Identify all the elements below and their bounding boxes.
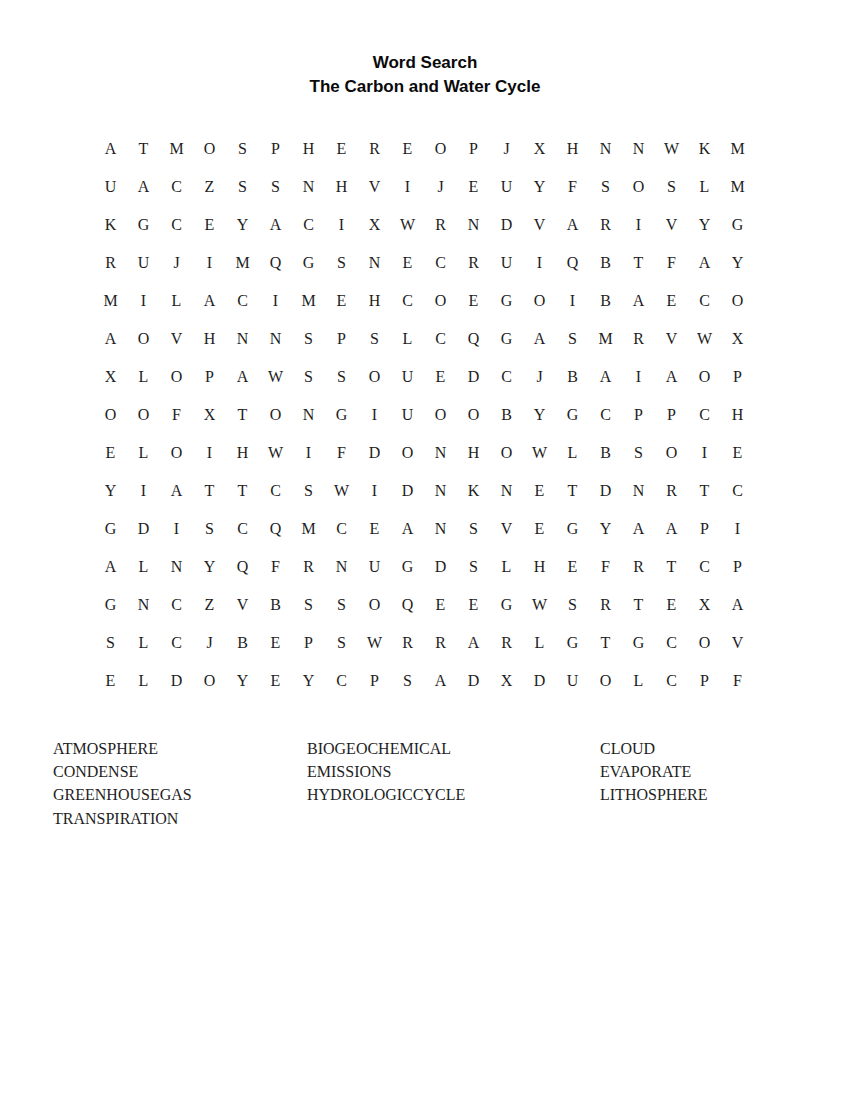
grid-cell-r10c14[interactable]: E	[523, 472, 556, 510]
grid-cell-r11c2[interactable]: D	[127, 510, 160, 548]
grid-cell-r15c20[interactable]: F	[721, 662, 754, 700]
grid-cell-r9c1[interactable]: E	[94, 434, 127, 472]
grid-cell-r3c8[interactable]: I	[325, 206, 358, 244]
grid-cell-r5c20[interactable]: O	[721, 282, 754, 320]
grid-cell-r6c4[interactable]: H	[193, 320, 226, 358]
grid-cell-r13c1[interactable]: G	[94, 586, 127, 624]
grid-cell-r13c20[interactable]: A	[721, 586, 754, 624]
grid-cell-r1c6[interactable]: P	[259, 130, 292, 168]
grid-cell-r15c8[interactable]: C	[325, 662, 358, 700]
grid-cell-r11c5[interactable]: C	[226, 510, 259, 548]
grid-cell-r7c19[interactable]: O	[688, 358, 721, 396]
grid-cell-r6c7[interactable]: S	[292, 320, 325, 358]
grid-cell-r8c6[interactable]: O	[259, 396, 292, 434]
grid-cell-r1c18[interactable]: W	[655, 130, 688, 168]
grid-cell-r3c4[interactable]: E	[193, 206, 226, 244]
grid-cell-r10c11[interactable]: N	[424, 472, 457, 510]
grid-cell-r10c9[interactable]: I	[358, 472, 391, 510]
grid-cell-r13c4[interactable]: Z	[193, 586, 226, 624]
grid-cell-r5c1[interactable]: M	[94, 282, 127, 320]
grid-cell-r6c15[interactable]: S	[556, 320, 589, 358]
grid-cell-r12c14[interactable]: H	[523, 548, 556, 586]
grid-cell-r14c17[interactable]: G	[622, 624, 655, 662]
grid-cell-r9c3[interactable]: O	[160, 434, 193, 472]
grid-cell-r2c10[interactable]: I	[391, 168, 424, 206]
grid-cell-r1c11[interactable]: O	[424, 130, 457, 168]
grid-cell-r11c20[interactable]: I	[721, 510, 754, 548]
grid-cell-r15c2[interactable]: L	[127, 662, 160, 700]
grid-cell-r2c14[interactable]: Y	[523, 168, 556, 206]
grid-cell-r9c11[interactable]: N	[424, 434, 457, 472]
grid-cell-r14c5[interactable]: B	[226, 624, 259, 662]
grid-cell-r12c4[interactable]: Y	[193, 548, 226, 586]
grid-cell-r15c19[interactable]: P	[688, 662, 721, 700]
grid-cell-r2c16[interactable]: S	[589, 168, 622, 206]
grid-cell-r11c19[interactable]: P	[688, 510, 721, 548]
grid-cell-r4c18[interactable]: F	[655, 244, 688, 282]
grid-cell-r6c9[interactable]: S	[358, 320, 391, 358]
grid-cell-r10c2[interactable]: I	[127, 472, 160, 510]
grid-cell-r15c1[interactable]: E	[94, 662, 127, 700]
grid-cell-r9c6[interactable]: W	[259, 434, 292, 472]
grid-cell-r13c18[interactable]: E	[655, 586, 688, 624]
grid-cell-r6c6[interactable]: N	[259, 320, 292, 358]
grid-cell-r8c18[interactable]: P	[655, 396, 688, 434]
grid-cell-r11c8[interactable]: C	[325, 510, 358, 548]
grid-cell-r9c8[interactable]: F	[325, 434, 358, 472]
grid-cell-r8c15[interactable]: G	[556, 396, 589, 434]
grid-cell-r2c15[interactable]: F	[556, 168, 589, 206]
grid-cell-r8c8[interactable]: G	[325, 396, 358, 434]
grid-cell-r11c11[interactable]: N	[424, 510, 457, 548]
grid-cell-r10c18[interactable]: R	[655, 472, 688, 510]
grid-cell-r7c11[interactable]: E	[424, 358, 457, 396]
grid-cell-r4c9[interactable]: N	[358, 244, 391, 282]
grid-cell-r13c19[interactable]: X	[688, 586, 721, 624]
grid-cell-r4c19[interactable]: A	[688, 244, 721, 282]
grid-cell-r3c12[interactable]: N	[457, 206, 490, 244]
grid-cell-r5c9[interactable]: H	[358, 282, 391, 320]
grid-cell-r15c12[interactable]: D	[457, 662, 490, 700]
grid-cell-r9c14[interactable]: W	[523, 434, 556, 472]
grid-cell-r14c16[interactable]: T	[589, 624, 622, 662]
grid-cell-r1c16[interactable]: N	[589, 130, 622, 168]
grid-cell-r6c3[interactable]: V	[160, 320, 193, 358]
grid-cell-r6c16[interactable]: M	[589, 320, 622, 358]
grid-cell-r8c19[interactable]: C	[688, 396, 721, 434]
grid-cell-r2c2[interactable]: A	[127, 168, 160, 206]
grid-cell-r3c15[interactable]: A	[556, 206, 589, 244]
grid-cell-r4c14[interactable]: I	[523, 244, 556, 282]
grid-cell-r7c7[interactable]: S	[292, 358, 325, 396]
grid-cell-r11c13[interactable]: V	[490, 510, 523, 548]
grid-cell-r1c3[interactable]: M	[160, 130, 193, 168]
grid-cell-r15c10[interactable]: S	[391, 662, 424, 700]
grid-cell-r10c17[interactable]: N	[622, 472, 655, 510]
grid-cell-r7c3[interactable]: O	[160, 358, 193, 396]
grid-cell-r5c19[interactable]: C	[688, 282, 721, 320]
grid-cell-r10c7[interactable]: S	[292, 472, 325, 510]
grid-cell-r4c16[interactable]: B	[589, 244, 622, 282]
grid-cell-r5c8[interactable]: E	[325, 282, 358, 320]
grid-cell-r12c8[interactable]: N	[325, 548, 358, 586]
grid-cell-r5c2[interactable]: I	[127, 282, 160, 320]
grid-cell-r8c11[interactable]: O	[424, 396, 457, 434]
grid-cell-r11c12[interactable]: S	[457, 510, 490, 548]
grid-cell-r14c2[interactable]: L	[127, 624, 160, 662]
grid-cell-r1c19[interactable]: K	[688, 130, 721, 168]
grid-cell-r11c7[interactable]: M	[292, 510, 325, 548]
grid-cell-r8c4[interactable]: X	[193, 396, 226, 434]
grid-cell-r4c6[interactable]: Q	[259, 244, 292, 282]
grid-cell-r7c2[interactable]: L	[127, 358, 160, 396]
grid-cell-r5c13[interactable]: G	[490, 282, 523, 320]
grid-cell-r9c10[interactable]: O	[391, 434, 424, 472]
grid-cell-r8c3[interactable]: F	[160, 396, 193, 434]
grid-cell-r14c11[interactable]: R	[424, 624, 457, 662]
grid-cell-r11c15[interactable]: G	[556, 510, 589, 548]
grid-cell-r7c13[interactable]: C	[490, 358, 523, 396]
grid-cell-r7c17[interactable]: I	[622, 358, 655, 396]
grid-cell-r12c5[interactable]: Q	[226, 548, 259, 586]
grid-cell-r15c17[interactable]: L	[622, 662, 655, 700]
grid-cell-r3c18[interactable]: V	[655, 206, 688, 244]
grid-cell-r13c16[interactable]: R	[589, 586, 622, 624]
grid-cell-r15c5[interactable]: Y	[226, 662, 259, 700]
grid-cell-r14c14[interactable]: L	[523, 624, 556, 662]
grid-cell-r12c1[interactable]: A	[94, 548, 127, 586]
grid-cell-r6c19[interactable]: W	[688, 320, 721, 358]
grid-cell-r3c14[interactable]: V	[523, 206, 556, 244]
grid-cell-r13c2[interactable]: N	[127, 586, 160, 624]
grid-cell-r12c12[interactable]: S	[457, 548, 490, 586]
grid-cell-r14c6[interactable]: E	[259, 624, 292, 662]
grid-cell-r9c7[interactable]: I	[292, 434, 325, 472]
grid-cell-r9c13[interactable]: O	[490, 434, 523, 472]
grid-cell-r12c17[interactable]: R	[622, 548, 655, 586]
grid-cell-r4c15[interactable]: Q	[556, 244, 589, 282]
grid-cell-r15c7[interactable]: Y	[292, 662, 325, 700]
grid-cell-r9c18[interactable]: O	[655, 434, 688, 472]
grid-cell-r13c6[interactable]: B	[259, 586, 292, 624]
grid-cell-r12c16[interactable]: F	[589, 548, 622, 586]
grid-cell-r2c5[interactable]: S	[226, 168, 259, 206]
grid-cell-r9c5[interactable]: H	[226, 434, 259, 472]
grid-cell-r10c3[interactable]: A	[160, 472, 193, 510]
grid-cell-r10c20[interactable]: C	[721, 472, 754, 510]
grid-cell-r2c12[interactable]: E	[457, 168, 490, 206]
grid-cell-r11c17[interactable]: A	[622, 510, 655, 548]
grid-cell-r2c7[interactable]: N	[292, 168, 325, 206]
grid-cell-r9c9[interactable]: D	[358, 434, 391, 472]
grid-cell-r10c16[interactable]: D	[589, 472, 622, 510]
grid-cell-r2c3[interactable]: C	[160, 168, 193, 206]
grid-cell-r14c12[interactable]: A	[457, 624, 490, 662]
grid-cell-r4c7[interactable]: G	[292, 244, 325, 282]
grid-cell-r13c11[interactable]: E	[424, 586, 457, 624]
grid-cell-r14c7[interactable]: P	[292, 624, 325, 662]
grid-cell-r6c17[interactable]: R	[622, 320, 655, 358]
grid-cell-r4c2[interactable]: U	[127, 244, 160, 282]
grid-cell-r2c6[interactable]: S	[259, 168, 292, 206]
grid-cell-r6c2[interactable]: O	[127, 320, 160, 358]
grid-cell-r15c15[interactable]: U	[556, 662, 589, 700]
grid-cell-r4c20[interactable]: Y	[721, 244, 754, 282]
grid-cell-r12c11[interactable]: D	[424, 548, 457, 586]
grid-cell-r15c9[interactable]: P	[358, 662, 391, 700]
grid-cell-r8c14[interactable]: Y	[523, 396, 556, 434]
grid-cell-r13c5[interactable]: V	[226, 586, 259, 624]
grid-cell-r6c11[interactable]: C	[424, 320, 457, 358]
grid-cell-r5c6[interactable]: I	[259, 282, 292, 320]
grid-cell-r4c3[interactable]: J	[160, 244, 193, 282]
grid-cell-r13c7[interactable]: S	[292, 586, 325, 624]
grid-cell-r12c9[interactable]: U	[358, 548, 391, 586]
grid-cell-r3c20[interactable]: G	[721, 206, 754, 244]
grid-cell-r7c5[interactable]: A	[226, 358, 259, 396]
grid-cell-r13c15[interactable]: S	[556, 586, 589, 624]
grid-cell-r6c12[interactable]: Q	[457, 320, 490, 358]
grid-cell-r4c1[interactable]: R	[94, 244, 127, 282]
grid-cell-r7c8[interactable]: S	[325, 358, 358, 396]
grid-cell-r5c12[interactable]: E	[457, 282, 490, 320]
grid-cell-r13c8[interactable]: S	[325, 586, 358, 624]
grid-cell-r10c5[interactable]: T	[226, 472, 259, 510]
grid-cell-r1c2[interactable]: T	[127, 130, 160, 168]
grid-cell-r2c20[interactable]: M	[721, 168, 754, 206]
grid-cell-r8c13[interactable]: B	[490, 396, 523, 434]
grid-cell-r9c2[interactable]: L	[127, 434, 160, 472]
grid-cell-r5c10[interactable]: C	[391, 282, 424, 320]
grid-cell-r11c14[interactable]: E	[523, 510, 556, 548]
grid-cell-r4c13[interactable]: U	[490, 244, 523, 282]
grid-cell-r1c15[interactable]: H	[556, 130, 589, 168]
grid-cell-r15c11[interactable]: A	[424, 662, 457, 700]
grid-cell-r10c19[interactable]: T	[688, 472, 721, 510]
grid-cell-r11c1[interactable]: G	[94, 510, 127, 548]
grid-cell-r12c2[interactable]: L	[127, 548, 160, 586]
grid-cell-r15c18[interactable]: C	[655, 662, 688, 700]
grid-cell-r2c1[interactable]: U	[94, 168, 127, 206]
grid-cell-r1c13[interactable]: J	[490, 130, 523, 168]
grid-cell-r9c12[interactable]: H	[457, 434, 490, 472]
grid-cell-r2c17[interactable]: O	[622, 168, 655, 206]
grid-cell-r3c5[interactable]: Y	[226, 206, 259, 244]
grid-cell-r12c20[interactable]: P	[721, 548, 754, 586]
grid-cell-r5c4[interactable]: A	[193, 282, 226, 320]
grid-cell-r5c14[interactable]: O	[523, 282, 556, 320]
grid-cell-r1c20[interactable]: M	[721, 130, 754, 168]
grid-cell-r11c9[interactable]: E	[358, 510, 391, 548]
grid-cell-r3c2[interactable]: G	[127, 206, 160, 244]
grid-cell-r6c10[interactable]: L	[391, 320, 424, 358]
grid-cell-r5c7[interactable]: M	[292, 282, 325, 320]
grid-cell-r6c13[interactable]: G	[490, 320, 523, 358]
grid-cell-r3c9[interactable]: X	[358, 206, 391, 244]
grid-cell-r1c12[interactable]: P	[457, 130, 490, 168]
grid-cell-r8c17[interactable]: P	[622, 396, 655, 434]
grid-cell-r13c3[interactable]: C	[160, 586, 193, 624]
grid-cell-r2c11[interactable]: J	[424, 168, 457, 206]
grid-cell-r12c10[interactable]: G	[391, 548, 424, 586]
grid-cell-r7c14[interactable]: J	[523, 358, 556, 396]
grid-cell-r5c11[interactable]: O	[424, 282, 457, 320]
grid-cell-r15c6[interactable]: E	[259, 662, 292, 700]
grid-cell-r7c15[interactable]: B	[556, 358, 589, 396]
grid-cell-r15c14[interactable]: D	[523, 662, 556, 700]
grid-cell-r1c9[interactable]: R	[358, 130, 391, 168]
grid-cell-r14c4[interactable]: J	[193, 624, 226, 662]
grid-cell-r9c20[interactable]: E	[721, 434, 754, 472]
grid-cell-r10c13[interactable]: N	[490, 472, 523, 510]
grid-cell-r1c5[interactable]: S	[226, 130, 259, 168]
grid-cell-r9c4[interactable]: I	[193, 434, 226, 472]
grid-cell-r15c13[interactable]: X	[490, 662, 523, 700]
grid-cell-r7c9[interactable]: O	[358, 358, 391, 396]
grid-cell-r1c8[interactable]: E	[325, 130, 358, 168]
grid-cell-r5c3[interactable]: L	[160, 282, 193, 320]
grid-cell-r10c4[interactable]: T	[193, 472, 226, 510]
grid-cell-r7c10[interactable]: U	[391, 358, 424, 396]
grid-cell-r14c19[interactable]: O	[688, 624, 721, 662]
grid-cell-r1c10[interactable]: E	[391, 130, 424, 168]
grid-cell-r4c5[interactable]: M	[226, 244, 259, 282]
grid-cell-r7c6[interactable]: W	[259, 358, 292, 396]
grid-cell-r14c8[interactable]: S	[325, 624, 358, 662]
grid-cell-r5c5[interactable]: C	[226, 282, 259, 320]
grid-cell-r11c16[interactable]: Y	[589, 510, 622, 548]
grid-cell-r6c14[interactable]: A	[523, 320, 556, 358]
grid-cell-r4c10[interactable]: E	[391, 244, 424, 282]
grid-cell-r7c20[interactable]: P	[721, 358, 754, 396]
grid-cell-r8c12[interactable]: O	[457, 396, 490, 434]
grid-cell-r3c6[interactable]: A	[259, 206, 292, 244]
grid-cell-r4c8[interactable]: S	[325, 244, 358, 282]
grid-cell-r1c1[interactable]: A	[94, 130, 127, 168]
grid-cell-r4c11[interactable]: C	[424, 244, 457, 282]
grid-cell-r13c10[interactable]: Q	[391, 586, 424, 624]
grid-cell-r10c8[interactable]: W	[325, 472, 358, 510]
grid-cell-r8c20[interactable]: H	[721, 396, 754, 434]
grid-cell-r2c18[interactable]: S	[655, 168, 688, 206]
grid-cell-r11c4[interactable]: S	[193, 510, 226, 548]
grid-cell-r14c10[interactable]: R	[391, 624, 424, 662]
grid-cell-r3c10[interactable]: W	[391, 206, 424, 244]
grid-cell-r12c13[interactable]: L	[490, 548, 523, 586]
grid-cell-r10c6[interactable]: C	[259, 472, 292, 510]
grid-cell-r15c4[interactable]: O	[193, 662, 226, 700]
grid-cell-r14c15[interactable]: G	[556, 624, 589, 662]
grid-cell-r3c1[interactable]: K	[94, 206, 127, 244]
grid-cell-r7c1[interactable]: X	[94, 358, 127, 396]
grid-cell-r2c9[interactable]: V	[358, 168, 391, 206]
grid-cell-r12c15[interactable]: E	[556, 548, 589, 586]
grid-cell-r4c12[interactable]: R	[457, 244, 490, 282]
grid-cell-r1c17[interactable]: N	[622, 130, 655, 168]
grid-cell-r11c18[interactable]: A	[655, 510, 688, 548]
grid-cell-r10c12[interactable]: K	[457, 472, 490, 510]
grid-cell-r10c1[interactable]: Y	[94, 472, 127, 510]
grid-cell-r6c20[interactable]: X	[721, 320, 754, 358]
grid-cell-r1c4[interactable]: O	[193, 130, 226, 168]
grid-cell-r8c1[interactable]: O	[94, 396, 127, 434]
grid-cell-r3c3[interactable]: C	[160, 206, 193, 244]
grid-cell-r14c20[interactable]: V	[721, 624, 754, 662]
grid-cell-r9c16[interactable]: B	[589, 434, 622, 472]
grid-cell-r15c3[interactable]: D	[160, 662, 193, 700]
grid-cell-r3c19[interactable]: Y	[688, 206, 721, 244]
grid-cell-r13c14[interactable]: W	[523, 586, 556, 624]
grid-cell-r3c17[interactable]: I	[622, 206, 655, 244]
grid-cell-r8c10[interactable]: U	[391, 396, 424, 434]
grid-cell-r15c16[interactable]: O	[589, 662, 622, 700]
grid-cell-r6c1[interactable]: A	[94, 320, 127, 358]
grid-cell-r11c10[interactable]: A	[391, 510, 424, 548]
grid-cell-r12c3[interactable]: N	[160, 548, 193, 586]
grid-cell-r12c18[interactable]: T	[655, 548, 688, 586]
grid-cell-r5c16[interactable]: B	[589, 282, 622, 320]
grid-cell-r8c7[interactable]: N	[292, 396, 325, 434]
grid-cell-r3c16[interactable]: R	[589, 206, 622, 244]
grid-cell-r10c10[interactable]: D	[391, 472, 424, 510]
grid-cell-r7c12[interactable]: D	[457, 358, 490, 396]
grid-cell-r2c19[interactable]: L	[688, 168, 721, 206]
grid-cell-r7c16[interactable]: A	[589, 358, 622, 396]
grid-cell-r11c3[interactable]: I	[160, 510, 193, 548]
grid-cell-r10c15[interactable]: T	[556, 472, 589, 510]
grid-cell-r13c17[interactable]: T	[622, 586, 655, 624]
grid-cell-r9c19[interactable]: I	[688, 434, 721, 472]
grid-cell-r9c17[interactable]: S	[622, 434, 655, 472]
grid-cell-r14c13[interactable]: R	[490, 624, 523, 662]
grid-cell-r6c8[interactable]: P	[325, 320, 358, 358]
grid-cell-r3c11[interactable]: R	[424, 206, 457, 244]
grid-cell-r7c18[interactable]: A	[655, 358, 688, 396]
grid-cell-r2c4[interactable]: Z	[193, 168, 226, 206]
grid-cell-r5c18[interactable]: E	[655, 282, 688, 320]
grid-cell-r8c5[interactable]: T	[226, 396, 259, 434]
grid-cell-r13c13[interactable]: G	[490, 586, 523, 624]
grid-cell-r9c15[interactable]: L	[556, 434, 589, 472]
grid-cell-r13c12[interactable]: E	[457, 586, 490, 624]
grid-cell-r5c17[interactable]: A	[622, 282, 655, 320]
grid-cell-r1c7[interactable]: H	[292, 130, 325, 168]
grid-cell-r12c7[interactable]: R	[292, 548, 325, 586]
grid-cell-r5c15[interactable]: I	[556, 282, 589, 320]
grid-cell-r2c8[interactable]: H	[325, 168, 358, 206]
grid-cell-r4c17[interactable]: T	[622, 244, 655, 282]
grid-cell-r8c9[interactable]: I	[358, 396, 391, 434]
grid-cell-r8c16[interactable]: C	[589, 396, 622, 434]
grid-cell-r14c3[interactable]: C	[160, 624, 193, 662]
grid-cell-r3c7[interactable]: C	[292, 206, 325, 244]
grid-cell-r14c1[interactable]: S	[94, 624, 127, 662]
grid-cell-r14c9[interactable]: W	[358, 624, 391, 662]
grid-cell-r11c6[interactable]: Q	[259, 510, 292, 548]
grid-cell-r14c18[interactable]: C	[655, 624, 688, 662]
grid-cell-r12c6[interactable]: F	[259, 548, 292, 586]
grid-cell-r6c5[interactable]: N	[226, 320, 259, 358]
grid-cell-r4c4[interactable]: I	[193, 244, 226, 282]
grid-cell-r1c14[interactable]: X	[523, 130, 556, 168]
grid-cell-r2c13[interactable]: U	[490, 168, 523, 206]
grid-cell-r8c2[interactable]: O	[127, 396, 160, 434]
grid-cell-r13c9[interactable]: O	[358, 586, 391, 624]
grid-cell-r3c13[interactable]: D	[490, 206, 523, 244]
grid-cell-r6c18[interactable]: V	[655, 320, 688, 358]
grid-cell-r7c4[interactable]: P	[193, 358, 226, 396]
grid-cell-r12c19[interactable]: C	[688, 548, 721, 586]
